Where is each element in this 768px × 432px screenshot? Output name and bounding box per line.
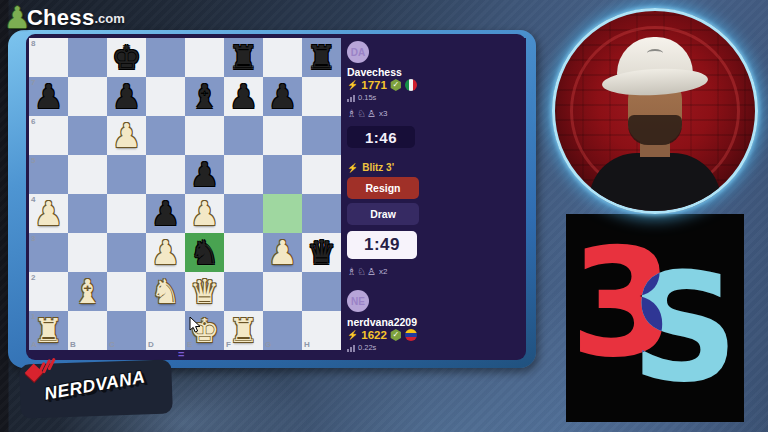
black-rook-f8[interactable]: ♜: [224, 38, 263, 77]
blitz-lightning-icon: ⚡: [347, 163, 358, 173]
square-e7[interactable]: ♝: [185, 77, 224, 116]
drag-handle[interactable]: =: [178, 349, 184, 359]
square-f8[interactable]: ♜: [224, 38, 263, 77]
file-label: C: [109, 340, 115, 349]
3s-logo-graphic: 3 3 S S: [574, 228, 736, 410]
captured-knight-icon: ♘: [357, 266, 366, 277]
chess-board[interactable]: 8♚♜♜7♟♟♝♟♟6♟5♟4♟♟♟3♟♞♟♛2♝♞♛1A♜BCDE♚F♜GH: [29, 38, 341, 350]
square-b7[interactable]: [68, 77, 107, 116]
bottom-player-flag-icon: [405, 329, 417, 341]
square-b2[interactable]: ♝: [68, 272, 107, 311]
square-f3[interactable]: [224, 233, 263, 272]
square-d1[interactable]: D: [146, 311, 185, 350]
square-g1[interactable]: G: [263, 311, 302, 350]
square-h6[interactable]: [302, 116, 341, 155]
square-c8[interactable]: ♚: [107, 38, 146, 77]
square-e5[interactable]: ♟: [185, 155, 224, 194]
square-b4[interactable]: [68, 194, 107, 233]
square-h1[interactable]: H: [302, 311, 341, 350]
square-f7[interactable]: ♟: [224, 77, 263, 116]
square-f1[interactable]: F♜: [224, 311, 263, 350]
top-player-captured: ♗♘♙x3: [347, 108, 387, 119]
top-player-name[interactable]: Davechess: [347, 66, 402, 78]
lightning-icon: ⚡: [347, 330, 358, 340]
square-h7[interactable]: [302, 77, 341, 116]
white-bishop-b2[interactable]: ♝: [68, 272, 107, 311]
top-player-clock: 1:46: [347, 126, 415, 148]
black-pawn-g7[interactable]: ♟: [263, 77, 302, 116]
avatar-top-initials: DA: [351, 47, 365, 58]
square-c2[interactable]: [107, 272, 146, 311]
square-d7[interactable]: [146, 77, 185, 116]
nerdvana-banner: NERDVANA: [19, 359, 173, 418]
game-tablet-screen: 8♚♜♜7♟♟♝♟♟6♟5♟4♟♟♟3♟♞♟♛2♝♞♛1A♜BCDE♚F♜GH …: [26, 34, 526, 360]
file-label: F: [226, 340, 231, 349]
file-label: D: [148, 340, 154, 349]
bottom-player-name[interactable]: nerdvana2209: [347, 316, 417, 328]
sponsor-3s-logo: 3 3 S S: [566, 214, 744, 422]
square-d5[interactable]: [146, 155, 185, 194]
square-h8[interactable]: ♜: [302, 38, 341, 77]
square-b3[interactable]: [68, 233, 107, 272]
game-mode-label: Blitz 3': [362, 162, 394, 173]
square-a6[interactable]: 6: [29, 116, 68, 155]
square-d4[interactable]: ♟: [146, 194, 185, 233]
verified-badge-icon: ✓: [390, 329, 402, 341]
square-d2[interactable]: ♞: [146, 272, 185, 311]
black-pawn-f7[interactable]: ♟: [224, 77, 263, 116]
black-queen-h3[interactable]: ♛: [302, 233, 341, 272]
resign-button[interactable]: Resign: [347, 177, 419, 199]
square-d6[interactable]: [146, 116, 185, 155]
top-player-latency: 0.15s: [358, 93, 376, 102]
avatar-bottom-initials: NE: [351, 296, 365, 307]
square-e4[interactable]: ♟: [185, 194, 224, 233]
bottom-player-latency: 0.22s: [358, 343, 376, 352]
rank-label: 3: [31, 234, 35, 243]
square-a8[interactable]: 8: [29, 38, 68, 77]
streamer-beard: [628, 115, 682, 145]
file-label: H: [304, 340, 310, 349]
captured-pawn-icon: ♙: [367, 266, 376, 277]
square-a5[interactable]: 5: [29, 155, 68, 194]
square-a3[interactable]: 3: [29, 233, 68, 272]
square-h5[interactable]: [302, 155, 341, 194]
bucket-hat-logo: [647, 49, 663, 57]
square-g6[interactable]: [263, 116, 302, 155]
rank-label: 7: [31, 78, 35, 87]
top-player-latency-row: 0.15s: [347, 93, 376, 102]
rank-label: 2: [31, 273, 35, 282]
captured-bishop-icon: ♗: [347, 266, 356, 277]
black-bishop-e7[interactable]: ♝: [185, 77, 224, 116]
verified-badge-icon: ✓: [390, 79, 402, 91]
nerdvana-logo-text: NERDVANA: [43, 366, 147, 404]
bottom-player-rating-row: ⚡ 1622 ✓: [347, 329, 417, 341]
square-h4[interactable]: [302, 194, 341, 233]
white-pawn-c6[interactable]: ♟: [107, 116, 146, 155]
black-king-c8[interactable]: ♚: [107, 38, 146, 77]
nerdvana-logo-icon: [27, 357, 54, 384]
chesscom-logo-text: Chess: [27, 5, 95, 31]
bottom-player-rating: 1622: [361, 329, 387, 341]
bottom-player-captured: ♗♘♙x2: [347, 266, 387, 277]
rank-label: 6: [31, 117, 35, 126]
file-label: G: [265, 340, 271, 349]
captured-knight-icon: ♘: [357, 108, 366, 119]
square-d8[interactable]: [146, 38, 185, 77]
square-f6[interactable]: [224, 116, 263, 155]
rank-label: 8: [31, 39, 35, 48]
mouse-cursor-icon: [189, 317, 203, 333]
game-side-panel: DA Davechess ⚡ 1771 ✓ 0.15s ♗♘♙x3 1:46 ⚡…: [341, 38, 526, 350]
rank-label: 1: [31, 312, 35, 321]
captured-count: x2: [379, 267, 387, 276]
square-c3[interactable]: [107, 233, 146, 272]
square-a2[interactable]: 2: [29, 272, 68, 311]
bottom-player-clock: 1:49: [347, 231, 417, 259]
black-pawn-c7[interactable]: ♟: [107, 77, 146, 116]
top-player-flag-icon: [405, 79, 417, 91]
square-h2[interactable]: [302, 272, 341, 311]
captured-bishop-icon: ♗: [347, 108, 356, 119]
square-a4[interactable]: 4♟: [29, 194, 68, 233]
square-f2[interactable]: [224, 272, 263, 311]
square-g8[interactable]: [263, 38, 302, 77]
captured-pawn-icon: ♙: [367, 108, 376, 119]
captured-count: x3: [379, 109, 387, 118]
square-b5[interactable]: [68, 155, 107, 194]
white-queen-e2[interactable]: ♛: [185, 272, 224, 311]
black-pawn-e5[interactable]: ♟: [185, 155, 224, 194]
white-pawn-e4[interactable]: ♟: [185, 194, 224, 233]
chesscom-logo-suffix: .com: [94, 11, 124, 26]
square-c7[interactable]: ♟: [107, 77, 146, 116]
chesscom-logo: ♟ Chess .com: [4, 0, 125, 36]
square-c1[interactable]: C: [107, 311, 146, 350]
game-tablet-frame: 8♚♜♜7♟♟♝♟♟6♟5♟4♟♟♟3♟♞♟♛2♝♞♛1A♜BCDE♚F♜GH …: [8, 30, 536, 368]
white-pawn-d3[interactable]: ♟: [146, 233, 185, 272]
square-d3[interactable]: ♟: [146, 233, 185, 272]
black-pawn-d4[interactable]: ♟: [146, 194, 185, 233]
streamer-torso: [589, 153, 721, 214]
rank-label: 5: [31, 156, 35, 165]
square-g2[interactable]: [263, 272, 302, 311]
rank-label: 4: [31, 195, 35, 204]
file-label: A: [31, 340, 37, 349]
square-b1[interactable]: B: [68, 311, 107, 350]
black-rook-h8[interactable]: ♜: [302, 38, 341, 77]
square-e8[interactable]: [185, 38, 224, 77]
streamer-webcam: [552, 8, 758, 214]
signal-bars-icon: [347, 345, 355, 352]
square-e3[interactable]: ♞: [185, 233, 224, 272]
square-e6[interactable]: [185, 116, 224, 155]
square-e2[interactable]: ♛: [185, 272, 224, 311]
square-c6[interactable]: ♟: [107, 116, 146, 155]
black-knight-e3[interactable]: ♞: [185, 233, 224, 272]
top-player-rating: 1771: [361, 79, 387, 91]
square-g3[interactable]: ♟: [263, 233, 302, 272]
white-pawn-g3[interactable]: ♟: [263, 233, 302, 272]
square-b6[interactable]: [68, 116, 107, 155]
square-a7[interactable]: 7♟: [29, 77, 68, 116]
file-label: B: [70, 340, 76, 349]
square-g7[interactable]: ♟: [263, 77, 302, 116]
lightning-icon: ⚡: [347, 80, 358, 90]
draw-button[interactable]: Draw: [347, 203, 419, 225]
square-b8[interactable]: [68, 38, 107, 77]
signal-bars-icon: [347, 95, 355, 102]
square-a1[interactable]: 1A♜: [29, 311, 68, 350]
white-knight-d2[interactable]: ♞: [146, 272, 185, 311]
file-label: E: [187, 340, 192, 349]
square-g5[interactable]: [263, 155, 302, 194]
game-mode-row: ⚡ Blitz 3': [347, 162, 394, 173]
square-f4[interactable]: [224, 194, 263, 233]
square-c5[interactable]: [107, 155, 146, 194]
avatar-bottom-player[interactable]: NE: [347, 290, 369, 312]
bottom-player-latency-row: 0.22s: [347, 343, 376, 352]
top-player-rating-row: ⚡ 1771 ✓: [347, 79, 417, 91]
avatar-top-player[interactable]: DA: [347, 41, 369, 63]
square-h3[interactable]: ♛: [302, 233, 341, 272]
square-f5[interactable]: [224, 155, 263, 194]
square-g4[interactable]: [263, 194, 302, 233]
square-c4[interactable]: [107, 194, 146, 233]
